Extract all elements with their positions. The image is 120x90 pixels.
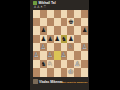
- bottom-player-bar: Vladas Mikenas Don't forget to subscribe: [30, 78, 89, 90]
- square-h3[interactable]: [81, 51, 88, 59]
- square-a4[interactable]: [33, 43, 40, 51]
- black-piece-c5: ♟: [47, 35, 54, 43]
- square-g8[interactable]: [74, 10, 81, 18]
- square-e1[interactable]: [61, 68, 68, 76]
- square-h1[interactable]: [81, 68, 88, 76]
- square-c6[interactable]: [47, 26, 54, 34]
- black-piece-f5: ♟: [67, 35, 74, 43]
- square-d6[interactable]: [54, 26, 61, 34]
- square-g5[interactable]: [74, 35, 81, 43]
- square-b2[interactable]: ♞: [40, 60, 47, 68]
- square-c4[interactable]: [47, 43, 54, 51]
- square-f4[interactable]: ♘: [67, 43, 74, 51]
- square-e3[interactable]: ♙: [61, 51, 68, 59]
- black-piece-d5: ♟: [54, 35, 61, 43]
- white-piece-c3: ♙: [47, 51, 54, 59]
- square-g2[interactable]: ♙: [74, 60, 81, 68]
- square-h5[interactable]: [81, 35, 88, 43]
- square-c7[interactable]: [47, 18, 54, 26]
- square-c8[interactable]: [47, 10, 54, 18]
- square-h2[interactable]: [81, 60, 88, 68]
- square-b5[interactable]: ♟: [40, 35, 47, 43]
- black-piece-h6: ♟: [81, 26, 88, 34]
- black-piece-b5: ♟: [40, 35, 47, 43]
- square-b7[interactable]: [40, 18, 47, 26]
- white-piece-f4: ♘: [67, 43, 74, 51]
- square-g7[interactable]: [74, 18, 81, 26]
- black-piece-b6: ♟: [40, 26, 47, 34]
- square-c1[interactable]: [47, 68, 54, 76]
- square-a2[interactable]: [33, 60, 40, 68]
- square-d3[interactable]: [54, 51, 61, 59]
- square-f7[interactable]: ♚: [67, 18, 74, 26]
- black-piece-e5: ♞: [61, 35, 68, 43]
- square-a7[interactable]: [33, 18, 40, 26]
- square-g1[interactable]: [74, 68, 81, 76]
- square-e2[interactable]: [61, 60, 68, 68]
- square-b8[interactable]: [40, 10, 47, 18]
- white-piece-c2: ♘: [47, 60, 54, 68]
- square-c3[interactable]: ♙: [47, 51, 54, 59]
- black-piece-b2: ♞: [40, 60, 47, 68]
- square-e5[interactable]: ♞: [61, 35, 68, 43]
- square-e8[interactable]: [61, 10, 68, 18]
- square-c5[interactable]: ♟: [47, 35, 54, 43]
- square-g4[interactable]: [74, 43, 81, 51]
- square-h4[interactable]: ♙: [81, 43, 88, 51]
- square-d5[interactable]: ♟: [54, 35, 61, 43]
- chess-board[interactable]: ♚♟♟♟♟♟♞♟♙♘♙♙♙♙♞♘♙♔: [33, 10, 88, 77]
- white-piece-b4: ♙: [40, 43, 47, 51]
- square-g6[interactable]: [74, 26, 81, 34]
- square-h7[interactable]: [81, 18, 88, 26]
- square-a8[interactable]: [33, 10, 40, 18]
- square-b1[interactable]: [40, 68, 47, 76]
- square-h8[interactable]: [81, 10, 88, 18]
- square-b6[interactable]: ♟: [40, 26, 47, 34]
- top-player-bar: Mikhail Tal ♙♙♗♖: [30, 0, 89, 10]
- square-d4[interactable]: [54, 43, 61, 51]
- pillarbox-right: [89, 0, 120, 90]
- white-piece-f1: ♔: [67, 68, 74, 76]
- square-e6[interactable]: [61, 26, 68, 34]
- square-a1[interactable]: [33, 68, 40, 76]
- square-f6[interactable]: [67, 26, 74, 34]
- pillarbox-left: [0, 0, 30, 90]
- white-piece-e3: ♙: [61, 51, 68, 59]
- square-f8[interactable]: [67, 10, 74, 18]
- white-piece-g2: ♙: [74, 60, 81, 68]
- square-d2[interactable]: [54, 60, 61, 68]
- square-f2[interactable]: [67, 60, 74, 68]
- captured-pieces-tray: ♙♙♗♖: [34, 5, 47, 9]
- square-c2[interactable]: ♘: [47, 60, 54, 68]
- square-a6[interactable]: [33, 26, 40, 34]
- subscribe-banner-text: Don't forget to subscribe: [60, 81, 88, 84]
- white-piece-a3: ♙: [33, 51, 40, 59]
- square-h6[interactable]: ♟: [81, 26, 88, 34]
- square-a5[interactable]: [33, 35, 40, 43]
- square-f1[interactable]: ♔: [67, 68, 74, 76]
- square-b4[interactable]: ♙: [40, 43, 47, 51]
- square-f5[interactable]: ♟: [67, 35, 74, 43]
- white-piece-h4: ♙: [81, 43, 88, 51]
- square-e7[interactable]: [61, 18, 68, 26]
- square-d8[interactable]: [54, 10, 61, 18]
- video-frame: Mikhail Tal ♙♙♗♖ ♚♟♟♟♟♟♞♟♙♘♙♙♙♙♞♘♙♔ Vlad…: [0, 0, 120, 90]
- bottom-player-avatar: [33, 79, 38, 84]
- square-a3[interactable]: ♙: [33, 51, 40, 59]
- square-g3[interactable]: [74, 51, 81, 59]
- square-d7[interactable]: [54, 18, 61, 26]
- square-d1[interactable]: [54, 68, 61, 76]
- black-piece-f7: ♚: [67, 18, 74, 26]
- square-b3[interactable]: [40, 51, 47, 59]
- square-f3[interactable]: [67, 51, 74, 59]
- square-e4[interactable]: [61, 43, 68, 51]
